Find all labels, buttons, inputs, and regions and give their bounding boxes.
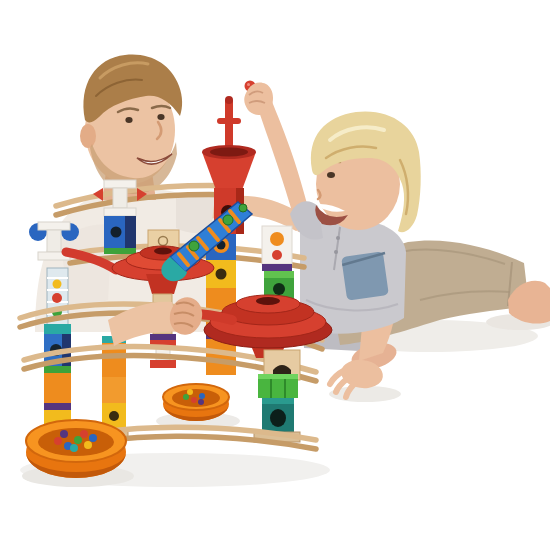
marble [239,204,247,212]
dotted-block-column [262,226,294,301]
marble [52,293,62,303]
marble [53,280,62,289]
photo-scene: Father and son playing with a wooden mar… [0,0,550,550]
marble-run-photo: Father and son playing with a wooden mar… [0,0,550,550]
blue-block-mid [104,216,136,254]
marble [223,215,233,225]
marble-tray-left [26,420,126,478]
marble-tray-right [163,384,229,421]
boy-sleeve [290,201,323,239]
funnel-support-stack [254,350,300,442]
father-ear-icon [80,124,96,148]
launcher-rod [225,100,233,152]
marble [189,241,199,251]
boy-hand-dropping-marble [244,81,273,116]
orange-block-column [100,336,128,437]
